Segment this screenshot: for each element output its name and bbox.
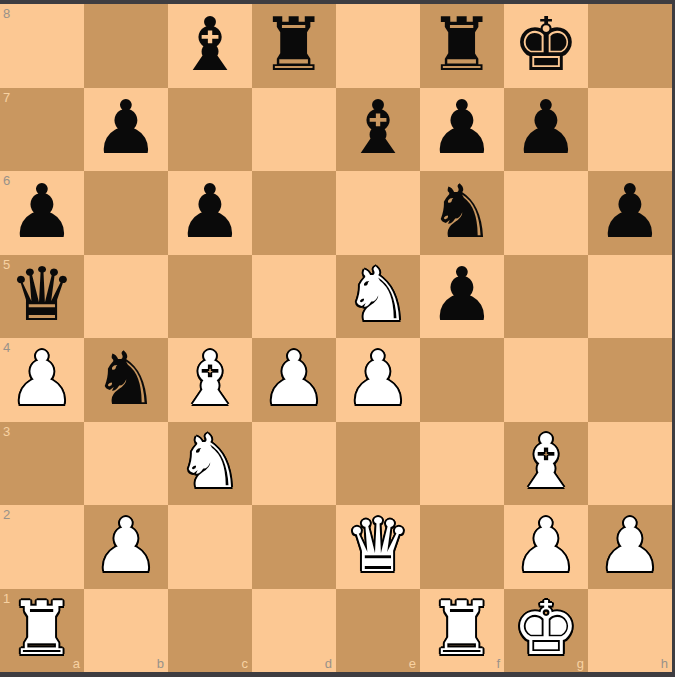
square-a2[interactable]: 2	[0, 505, 84, 589]
piece-white-knight[interactable]: ♞	[177, 424, 243, 498]
square-b8[interactable]	[84, 4, 168, 88]
square-e4[interactable]: ♟	[336, 338, 420, 422]
square-e3[interactable]	[336, 422, 420, 506]
square-e6[interactable]	[336, 171, 420, 255]
square-c5[interactable]	[168, 255, 252, 339]
square-b7[interactable]: ♟	[84, 88, 168, 172]
square-g8[interactable]: ♚	[504, 4, 588, 88]
piece-black-king[interactable]: ♚	[513, 7, 579, 81]
square-d8[interactable]: ♜	[252, 4, 336, 88]
square-d3[interactable]	[252, 422, 336, 506]
file-label-d: d	[325, 656, 332, 671]
square-h1[interactable]: h	[588, 589, 672, 673]
square-b6[interactable]	[84, 171, 168, 255]
piece-black-pawn[interactable]: ♟	[177, 174, 243, 248]
square-a5[interactable]: 5♛	[0, 255, 84, 339]
piece-white-queen[interactable]: ♛	[345, 508, 411, 582]
square-a1[interactable]: 1a♜	[0, 589, 84, 673]
piece-black-pawn[interactable]: ♟	[513, 90, 579, 164]
piece-black-rook[interactable]: ♜	[429, 7, 495, 81]
square-g1[interactable]: g♚	[504, 589, 588, 673]
piece-black-pawn[interactable]: ♟	[597, 174, 663, 248]
square-f1[interactable]: f♜	[420, 589, 504, 673]
piece-white-pawn[interactable]: ♟	[9, 341, 75, 415]
piece-black-bishop[interactable]: ♝	[177, 7, 243, 81]
file-label-b: b	[157, 656, 164, 671]
square-g6[interactable]	[504, 171, 588, 255]
square-f7[interactable]: ♟	[420, 88, 504, 172]
square-f4[interactable]	[420, 338, 504, 422]
square-b5[interactable]	[84, 255, 168, 339]
square-h8[interactable]	[588, 4, 672, 88]
piece-white-pawn[interactable]: ♟	[597, 508, 663, 582]
piece-white-pawn[interactable]: ♟	[513, 508, 579, 582]
square-d5[interactable]	[252, 255, 336, 339]
square-h3[interactable]	[588, 422, 672, 506]
file-label-c: c	[242, 656, 249, 671]
square-e1[interactable]: e	[336, 589, 420, 673]
rank-label-2: 2	[3, 507, 10, 522]
square-a6[interactable]: 6♟	[0, 171, 84, 255]
square-c1[interactable]: c	[168, 589, 252, 673]
square-c2[interactable]	[168, 505, 252, 589]
square-c4[interactable]: ♝	[168, 338, 252, 422]
square-d1[interactable]: d	[252, 589, 336, 673]
square-a7[interactable]: 7	[0, 88, 84, 172]
piece-black-knight[interactable]: ♞	[429, 174, 495, 248]
piece-black-bishop[interactable]: ♝	[345, 90, 411, 164]
square-d4[interactable]: ♟	[252, 338, 336, 422]
piece-white-knight[interactable]: ♞	[345, 257, 411, 331]
piece-white-pawn[interactable]: ♟	[345, 341, 411, 415]
square-a8[interactable]: 8	[0, 4, 84, 88]
piece-black-pawn[interactable]: ♟	[429, 257, 495, 331]
square-c6[interactable]: ♟	[168, 171, 252, 255]
piece-white-pawn[interactable]: ♟	[261, 341, 327, 415]
square-c7[interactable]	[168, 88, 252, 172]
file-label-h: h	[661, 656, 668, 671]
square-b3[interactable]	[84, 422, 168, 506]
file-label-f: f	[496, 656, 500, 671]
file-label-e: e	[409, 656, 416, 671]
piece-white-rook[interactable]: ♜	[429, 591, 495, 665]
square-d6[interactable]	[252, 171, 336, 255]
square-g2[interactable]: ♟	[504, 505, 588, 589]
square-h4[interactable]	[588, 338, 672, 422]
square-f3[interactable]	[420, 422, 504, 506]
piece-black-pawn[interactable]: ♟	[429, 90, 495, 164]
rank-label-7: 7	[3, 90, 10, 105]
piece-black-rook[interactable]: ♜	[261, 7, 327, 81]
square-e5[interactable]: ♞	[336, 255, 420, 339]
square-e2[interactable]: ♛	[336, 505, 420, 589]
square-b2[interactable]: ♟	[84, 505, 168, 589]
board-frame: 8♝♜♜♚7♟♝♟♟6♟♟♞♟5♛♞♟4♟♞♝♟♟3♞♝2♟♛♟♟1a♜bcde…	[0, 0, 675, 677]
piece-white-bishop[interactable]: ♝	[513, 424, 579, 498]
rank-label-3: 3	[3, 424, 10, 439]
rank-label-8: 8	[3, 6, 10, 21]
square-a4[interactable]: 4♟	[0, 338, 84, 422]
square-g5[interactable]	[504, 255, 588, 339]
square-g4[interactable]	[504, 338, 588, 422]
square-d2[interactable]	[252, 505, 336, 589]
piece-white-bishop[interactable]: ♝	[177, 341, 243, 415]
square-h2[interactable]: ♟	[588, 505, 672, 589]
square-f8[interactable]: ♜	[420, 4, 504, 88]
square-f5[interactable]: ♟	[420, 255, 504, 339]
square-g3[interactable]: ♝	[504, 422, 588, 506]
square-g7[interactable]: ♟	[504, 88, 588, 172]
square-f6[interactable]: ♞	[420, 171, 504, 255]
square-a3[interactable]: 3	[0, 422, 84, 506]
square-e8[interactable]	[336, 4, 420, 88]
square-b4[interactable]: ♞	[84, 338, 168, 422]
piece-black-knight[interactable]: ♞	[93, 341, 159, 415]
piece-white-king[interactable]: ♚	[513, 591, 579, 665]
square-h5[interactable]	[588, 255, 672, 339]
square-h6[interactable]: ♟	[588, 171, 672, 255]
piece-white-pawn[interactable]: ♟	[93, 508, 159, 582]
piece-white-rook[interactable]: ♜	[9, 591, 75, 665]
square-c8[interactable]: ♝	[168, 4, 252, 88]
square-e7[interactable]: ♝	[336, 88, 420, 172]
square-h7[interactable]	[588, 88, 672, 172]
square-b1[interactable]: b	[84, 589, 168, 673]
square-c3[interactable]: ♞	[168, 422, 252, 506]
square-f2[interactable]	[420, 505, 504, 589]
piece-black-pawn[interactable]: ♟	[93, 90, 159, 164]
piece-black-queen[interactable]: ♛	[9, 257, 75, 331]
chess-board: 8♝♜♜♚7♟♝♟♟6♟♟♞♟5♛♞♟4♟♞♝♟♟3♞♝2♟♛♟♟1a♜bcde…	[0, 4, 672, 672]
piece-black-pawn[interactable]: ♟	[9, 174, 75, 248]
square-d7[interactable]	[252, 88, 336, 172]
